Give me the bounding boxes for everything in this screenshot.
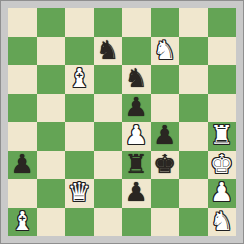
square-h6[interactable] xyxy=(208,65,237,94)
square-c2[interactable]: ♛ xyxy=(65,179,94,208)
black-king-piece[interactable]: ♚ xyxy=(153,151,176,178)
square-b3[interactable] xyxy=(37,151,66,180)
square-c5[interactable] xyxy=(65,94,94,123)
square-c8[interactable] xyxy=(65,8,94,37)
white-king-piece[interactable]: ♚ xyxy=(210,151,233,178)
white-knight-piece[interactable]: ♞ xyxy=(210,208,233,235)
square-a6[interactable] xyxy=(8,65,37,94)
square-d8[interactable] xyxy=(94,8,123,37)
black-pawn-piece[interactable]: ♟ xyxy=(125,94,148,121)
square-h7[interactable] xyxy=(208,37,237,66)
square-h1[interactable]: ♞ xyxy=(208,208,237,237)
black-knight-piece[interactable]: ♞ xyxy=(125,65,148,92)
black-knight-piece[interactable]: ♞ xyxy=(96,37,119,64)
white-pawn-piece[interactable]: ♟ xyxy=(125,122,148,149)
square-h4[interactable]: ♜ xyxy=(208,122,237,151)
white-rook-piece[interactable]: ♜ xyxy=(210,122,233,149)
square-b4[interactable] xyxy=(37,122,66,151)
square-b1[interactable] xyxy=(37,208,66,237)
white-queen-piece[interactable]: ♛ xyxy=(68,179,91,206)
square-a2[interactable] xyxy=(8,179,37,208)
chess-board: ♞♞♝♞♟♟♟♜♟♜♚♚♛♟♟♝♞ xyxy=(8,8,236,236)
white-pawn-piece[interactable]: ♟ xyxy=(210,179,233,206)
square-d3[interactable] xyxy=(94,151,123,180)
square-g1[interactable] xyxy=(179,208,208,237)
black-pawn-piece[interactable]: ♟ xyxy=(11,151,34,178)
square-f5[interactable] xyxy=(151,94,180,123)
square-h3[interactable]: ♚ xyxy=(208,151,237,180)
square-h5[interactable] xyxy=(208,94,237,123)
square-c6[interactable]: ♝ xyxy=(65,65,94,94)
white-knight-piece[interactable]: ♞ xyxy=(153,37,176,64)
square-e7[interactable] xyxy=(122,37,151,66)
square-b6[interactable] xyxy=(37,65,66,94)
square-e3[interactable]: ♜ xyxy=(122,151,151,180)
square-a1[interactable]: ♝ xyxy=(8,208,37,237)
board-frame: ♞♞♝♞♟♟♟♜♟♜♚♚♛♟♟♝♞ xyxy=(0,0,244,244)
square-a5[interactable] xyxy=(8,94,37,123)
square-f7[interactable]: ♞ xyxy=(151,37,180,66)
square-d2[interactable] xyxy=(94,179,123,208)
square-c1[interactable] xyxy=(65,208,94,237)
square-g6[interactable] xyxy=(179,65,208,94)
square-f4[interactable]: ♟ xyxy=(151,122,180,151)
square-e5[interactable]: ♟ xyxy=(122,94,151,123)
square-g8[interactable] xyxy=(179,8,208,37)
square-d1[interactable] xyxy=(94,208,123,237)
white-bishop-piece[interactable]: ♝ xyxy=(68,65,91,92)
square-d4[interactable] xyxy=(94,122,123,151)
square-d5[interactable] xyxy=(94,94,123,123)
square-f1[interactable] xyxy=(151,208,180,237)
square-f3[interactable]: ♚ xyxy=(151,151,180,180)
square-b7[interactable] xyxy=(37,37,66,66)
square-d7[interactable]: ♞ xyxy=(94,37,123,66)
square-g3[interactable] xyxy=(179,151,208,180)
square-b5[interactable] xyxy=(37,94,66,123)
square-e8[interactable] xyxy=(122,8,151,37)
black-rook-piece[interactable]: ♜ xyxy=(125,151,148,178)
square-g5[interactable] xyxy=(179,94,208,123)
square-g4[interactable] xyxy=(179,122,208,151)
square-e4[interactable]: ♟ xyxy=(122,122,151,151)
square-e1[interactable] xyxy=(122,208,151,237)
square-a3[interactable]: ♟ xyxy=(8,151,37,180)
square-f2[interactable] xyxy=(151,179,180,208)
square-c7[interactable] xyxy=(65,37,94,66)
square-h2[interactable]: ♟ xyxy=(208,179,237,208)
black-pawn-piece[interactable]: ♟ xyxy=(153,122,176,149)
square-b2[interactable] xyxy=(37,179,66,208)
square-g7[interactable] xyxy=(179,37,208,66)
square-a4[interactable] xyxy=(8,122,37,151)
black-pawn-piece[interactable]: ♟ xyxy=(125,179,148,206)
white-bishop-piece[interactable]: ♝ xyxy=(11,208,34,235)
square-c3[interactable] xyxy=(65,151,94,180)
square-f8[interactable] xyxy=(151,8,180,37)
square-e6[interactable]: ♞ xyxy=(122,65,151,94)
square-h8[interactable] xyxy=(208,8,237,37)
square-c4[interactable] xyxy=(65,122,94,151)
square-a8[interactable] xyxy=(8,8,37,37)
square-f6[interactable] xyxy=(151,65,180,94)
square-g2[interactable] xyxy=(179,179,208,208)
square-e2[interactable]: ♟ xyxy=(122,179,151,208)
square-a7[interactable] xyxy=(8,37,37,66)
square-b8[interactable] xyxy=(37,8,66,37)
square-d6[interactable] xyxy=(94,65,123,94)
